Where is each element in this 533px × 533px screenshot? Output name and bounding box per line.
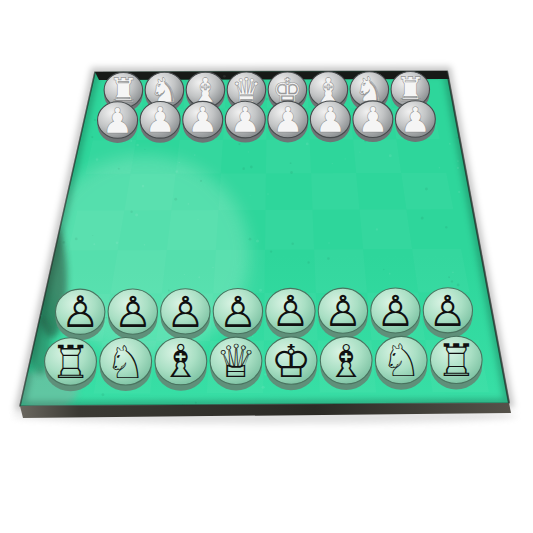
piece-glyph-pawn: ♙ <box>429 286 468 336</box>
piece-black-pawn-h7[interactable]: ♟ <box>395 100 436 142</box>
piece-black-pawn-b7[interactable]: ♟ <box>140 100 181 142</box>
square-b5[interactable] <box>124 174 175 211</box>
piece-white-queen-d1[interactable]: ♕ <box>210 335 263 390</box>
piece-glyph-pawn: ♟ <box>230 100 261 140</box>
piece-glyph-pawn: ♙ <box>271 286 310 336</box>
piece-glyph-pawn: ♙ <box>219 287 258 337</box>
piece-glyph-pawn: ♟ <box>357 100 388 140</box>
screenshot: ♜♞♝♛♚♝♞♜♟♟♟♟♟♟♟♟♙♙♙♙♙♙♙♙♖♘♗♕♔♗♘♖ <box>0 0 533 533</box>
square-g4[interactable] <box>360 209 413 249</box>
chessboard-photo: ♜♞♝♛♚♝♞♜♟♟♟♟♟♟♟♟♙♙♙♙♙♙♙♙♖♘♗♕♔♗♘♖ <box>0 0 533 533</box>
piece-black-pawn-c7[interactable]: ♟ <box>183 100 224 142</box>
piece-glyph-pawn: ♙ <box>376 286 415 336</box>
square-d4[interactable] <box>216 210 266 250</box>
piece-glyph-bishop: ♗ <box>161 335 202 388</box>
piece-glyph-pawn: ♙ <box>166 287 205 337</box>
piece-white-pawn-a2[interactable]: ♙ <box>55 287 106 340</box>
piece-glyph-knight: ♘ <box>105 336 146 389</box>
square-e4[interactable] <box>265 210 314 250</box>
piece-white-pawn-g2[interactable]: ♙ <box>371 286 421 339</box>
piece-glyph-pawn: ♟ <box>272 100 303 140</box>
piece-white-pawn-h2[interactable]: ♙ <box>423 286 473 339</box>
square-f5[interactable] <box>311 173 359 210</box>
piece-black-pawn-g7[interactable]: ♟ <box>353 100 394 142</box>
square-c5[interactable] <box>171 174 220 211</box>
piece-white-bishop-c1[interactable]: ♗ <box>155 335 208 390</box>
piece-black-pawn-e7[interactable]: ♟ <box>268 100 309 142</box>
square-c4[interactable] <box>167 210 219 250</box>
piece-white-rook-a1[interactable]: ♖ <box>45 336 98 391</box>
piece-white-bishop-f1[interactable]: ♗ <box>320 335 373 390</box>
square-a4[interactable] <box>69 210 125 250</box>
piece-glyph-pawn: ♙ <box>61 287 100 337</box>
piece-white-knight-g1[interactable]: ♘ <box>375 334 428 389</box>
piece-glyph-pawn: ♙ <box>324 286 363 336</box>
piece-white-knight-b1[interactable]: ♘ <box>100 336 153 391</box>
piece-glyph-pawn: ♙ <box>113 287 152 337</box>
square-g5[interactable] <box>356 173 406 210</box>
piece-glyph-pawn: ♟ <box>187 100 218 140</box>
piece-glyph-rook: ♖ <box>50 336 91 389</box>
piece-white-pawn-b2[interactable]: ♙ <box>108 287 159 340</box>
piece-white-rook-h1[interactable]: ♖ <box>430 334 483 389</box>
piece-white-pawn-e2[interactable]: ♙ <box>266 286 316 339</box>
piece-glyph-queen: ♕ <box>216 335 257 388</box>
square-g6[interactable] <box>353 139 401 173</box>
piece-white-pawn-d2[interactable]: ♙ <box>213 287 263 340</box>
square-e6[interactable] <box>266 140 311 174</box>
square-a6[interactable] <box>85 140 136 174</box>
piece-glyph-pawn: ♟ <box>102 101 133 141</box>
piece-glyph-rook: ♖ <box>436 334 477 387</box>
square-h5[interactable] <box>401 173 453 210</box>
piece-white-pawn-f2[interactable]: ♙ <box>318 286 368 339</box>
piece-black-pawn-a7[interactable]: ♟ <box>98 101 139 143</box>
square-d5[interactable] <box>219 173 266 210</box>
piece-glyph-king: ♔ <box>271 335 312 388</box>
square-e5[interactable] <box>266 173 313 210</box>
piece-glyph-knight: ♘ <box>381 334 422 387</box>
piece-black-pawn-d7[interactable]: ♟ <box>225 100 266 142</box>
square-f4[interactable] <box>313 210 364 250</box>
piece-black-pawn-f7[interactable]: ♟ <box>310 100 351 142</box>
piece-glyph-bishop: ♗ <box>326 335 367 388</box>
piece-white-pawn-c2[interactable]: ♙ <box>161 287 211 340</box>
piece-glyph-pawn: ♟ <box>144 100 175 140</box>
square-c6[interactable] <box>176 140 223 174</box>
piece-white-king-e1[interactable]: ♔ <box>265 335 318 390</box>
piece-glyph-pawn: ♟ <box>400 100 431 140</box>
piece-glyph-pawn: ♟ <box>315 100 346 140</box>
square-h4[interactable] <box>406 209 461 249</box>
square-a5[interactable] <box>77 174 130 211</box>
square-f6[interactable] <box>310 139 356 173</box>
